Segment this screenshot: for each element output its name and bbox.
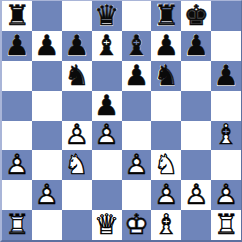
square-b4[interactable] — [32, 121, 62, 151]
black-pawn[interactable]: ♟♟ — [32, 31, 62, 61]
square-a3[interactable]: ♟♙ — [2, 150, 32, 180]
piece-glyph: ♙ — [2, 150, 32, 180]
white-knight[interactable]: ♞♘ — [62, 150, 92, 180]
black-king[interactable]: ♚♚ — [181, 1, 211, 31]
piece-glyph: ♟ — [151, 31, 181, 61]
black-knight[interactable]: ♞♞ — [62, 61, 92, 91]
white-king[interactable]: ♚♔ — [122, 210, 152, 240]
square-h7[interactable] — [211, 31, 241, 61]
piece-glyph: ♟ — [62, 31, 92, 61]
square-g5[interactable] — [181, 91, 211, 121]
piece-glyph: ♘ — [62, 150, 92, 180]
square-e8[interactable] — [122, 1, 152, 31]
square-f2[interactable]: ♟♙ — [151, 180, 181, 210]
piece-glyph: ♝ — [92, 31, 122, 61]
white-pawn[interactable]: ♟♙ — [32, 180, 62, 210]
square-c2[interactable] — [62, 180, 92, 210]
square-b8[interactable] — [32, 1, 62, 31]
square-d3[interactable] — [92, 150, 122, 180]
white-pawn[interactable]: ♟♙ — [122, 150, 152, 180]
square-b6[interactable] — [32, 61, 62, 91]
black-pawn[interactable]: ♟♟ — [62, 31, 92, 61]
chess-board: ♜♜♛♛♜♜♚♚♟♟♟♟♟♟♝♝♝♝♟♟♟♟♞♞♟♟♞♞♟♟♟♟♟♙♟♙♝♗♟♙… — [0, 0, 242, 242]
square-f6[interactable]: ♞♞ — [151, 61, 181, 91]
piece-glyph: ♔ — [122, 210, 152, 240]
black-pawn[interactable]: ♟♟ — [211, 61, 241, 91]
black-knight[interactable]: ♞♞ — [151, 61, 181, 91]
white-knight[interactable]: ♞♘ — [151, 150, 181, 180]
square-b3[interactable] — [32, 150, 62, 180]
piece-glyph: ♚ — [181, 1, 211, 31]
square-b5[interactable] — [32, 91, 62, 121]
square-f3[interactable]: ♞♘ — [151, 150, 181, 180]
piece-glyph: ♙ — [181, 180, 211, 210]
square-c1[interactable] — [62, 210, 92, 240]
square-g1[interactable] — [181, 210, 211, 240]
square-d1[interactable]: ♛♕ — [92, 210, 122, 240]
black-pawn[interactable]: ♟♟ — [92, 91, 122, 121]
piece-glyph: ♖ — [2, 210, 32, 240]
square-h3[interactable] — [211, 150, 241, 180]
piece-glyph: ♞ — [151, 61, 181, 91]
square-b7[interactable]: ♟♟ — [32, 31, 62, 61]
square-g7[interactable]: ♟♟ — [181, 31, 211, 61]
black-pawn[interactable]: ♟♟ — [2, 31, 32, 61]
square-h6[interactable]: ♟♟ — [211, 61, 241, 91]
black-queen[interactable]: ♛♛ — [92, 1, 122, 31]
square-f4[interactable] — [151, 121, 181, 151]
square-h4[interactable]: ♝♗ — [211, 121, 241, 151]
piece-glyph: ♙ — [92, 121, 122, 151]
square-d5[interactable]: ♟♟ — [92, 91, 122, 121]
square-b2[interactable]: ♟♙ — [32, 180, 62, 210]
white-pawn[interactable]: ♟♙ — [2, 150, 32, 180]
piece-glyph: ♘ — [151, 150, 181, 180]
black-rook[interactable]: ♜♜ — [151, 1, 181, 31]
piece-glyph: ♟ — [2, 31, 32, 61]
square-c6[interactable]: ♞♞ — [62, 61, 92, 91]
white-bishop[interactable]: ♝♗ — [211, 121, 241, 151]
square-a1[interactable]: ♜♖ — [2, 210, 32, 240]
square-c3[interactable]: ♞♘ — [62, 150, 92, 180]
black-bishop[interactable]: ♝♝ — [122, 31, 152, 61]
square-e2[interactable] — [122, 180, 152, 210]
square-d8[interactable]: ♛♛ — [92, 1, 122, 31]
black-rook[interactable]: ♜♜ — [2, 1, 32, 31]
piece-glyph: ♗ — [211, 121, 241, 151]
piece-glyph: ♙ — [32, 180, 62, 210]
piece-glyph: ♗ — [151, 210, 181, 240]
square-e5[interactable] — [122, 91, 152, 121]
square-b1[interactable] — [32, 210, 62, 240]
square-f5[interactable] — [151, 91, 181, 121]
piece-glyph: ♖ — [211, 210, 241, 240]
piece-glyph: ♛ — [92, 1, 122, 31]
square-e4[interactable] — [122, 121, 152, 151]
piece-glyph: ♟ — [211, 61, 241, 91]
square-c7[interactable]: ♟♟ — [62, 31, 92, 61]
square-d6[interactable] — [92, 61, 122, 91]
white-queen[interactable]: ♛♕ — [92, 210, 122, 240]
square-e1[interactable]: ♚♔ — [122, 210, 152, 240]
black-pawn[interactable]: ♟♟ — [122, 61, 152, 91]
white-pawn[interactable]: ♟♙ — [181, 180, 211, 210]
white-rook[interactable]: ♜♖ — [2, 210, 32, 240]
square-f1[interactable]: ♝♗ — [151, 210, 181, 240]
square-a7[interactable]: ♟♟ — [2, 31, 32, 61]
piece-glyph: ♟ — [181, 31, 211, 61]
square-c5[interactable] — [62, 91, 92, 121]
square-g8[interactable]: ♚♚ — [181, 1, 211, 31]
piece-glyph: ♙ — [62, 121, 92, 151]
square-a8[interactable]: ♜♜ — [2, 1, 32, 31]
square-h2[interactable]: ♟♙ — [211, 180, 241, 210]
white-rook[interactable]: ♜♖ — [211, 210, 241, 240]
piece-glyph: ♜ — [2, 1, 32, 31]
square-g6[interactable] — [181, 61, 211, 91]
square-g2[interactable]: ♟♙ — [181, 180, 211, 210]
white-pawn[interactable]: ♟♙ — [92, 121, 122, 151]
piece-glyph: ♕ — [92, 210, 122, 240]
piece-glyph: ♟ — [122, 61, 152, 91]
white-bishop[interactable]: ♝♗ — [151, 210, 181, 240]
square-e6[interactable]: ♟♟ — [122, 61, 152, 91]
square-g3[interactable] — [181, 150, 211, 180]
square-c4[interactable]: ♟♙ — [62, 121, 92, 151]
square-e7[interactable]: ♝♝ — [122, 31, 152, 61]
square-c8[interactable] — [62, 1, 92, 31]
square-h8[interactable] — [211, 1, 241, 31]
square-d7[interactable]: ♝♝ — [92, 31, 122, 61]
black-bishop[interactable]: ♝♝ — [92, 31, 122, 61]
square-a2[interactable] — [2, 180, 32, 210]
white-pawn[interactable]: ♟♙ — [151, 180, 181, 210]
square-f7[interactable]: ♟♟ — [151, 31, 181, 61]
square-g4[interactable] — [181, 121, 211, 151]
square-a6[interactable] — [2, 61, 32, 91]
square-h5[interactable] — [211, 91, 241, 121]
square-h1[interactable]: ♜♖ — [211, 210, 241, 240]
square-e3[interactable]: ♟♙ — [122, 150, 152, 180]
piece-glyph: ♞ — [62, 61, 92, 91]
piece-glyph: ♙ — [211, 180, 241, 210]
white-pawn[interactable]: ♟♙ — [211, 180, 241, 210]
black-pawn[interactable]: ♟♟ — [181, 31, 211, 61]
square-d4[interactable]: ♟♙ — [92, 121, 122, 151]
piece-glyph: ♙ — [122, 150, 152, 180]
square-f8[interactable]: ♜♜ — [151, 1, 181, 31]
piece-glyph: ♜ — [151, 1, 181, 31]
square-d2[interactable] — [92, 180, 122, 210]
piece-glyph: ♝ — [122, 31, 152, 61]
white-pawn[interactable]: ♟♙ — [62, 121, 92, 151]
piece-glyph: ♟ — [32, 31, 62, 61]
piece-glyph: ♙ — [151, 180, 181, 210]
black-pawn[interactable]: ♟♟ — [151, 31, 181, 61]
square-a4[interactable] — [2, 121, 32, 151]
square-a5[interactable] — [2, 91, 32, 121]
piece-glyph: ♟ — [92, 91, 122, 121]
